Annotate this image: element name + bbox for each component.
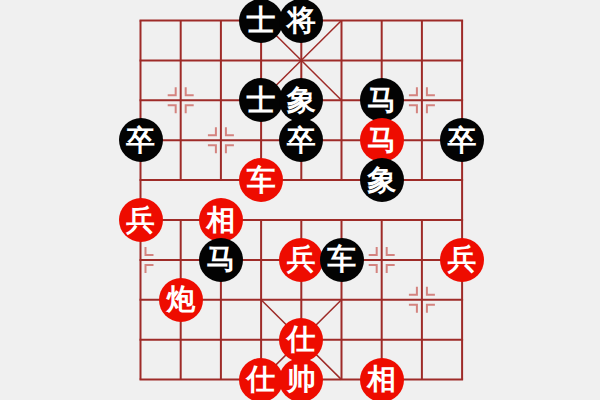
piece-red-chariot[interactable]: 车 bbox=[239, 158, 283, 202]
piece-black-soldier[interactable]: 卒 bbox=[119, 118, 163, 162]
piece-red-horse[interactable]: 马 bbox=[360, 118, 404, 162]
piece-red-soldier[interactable]: 兵 bbox=[440, 238, 484, 282]
piece-black-chariot[interactable]: 车 bbox=[320, 238, 364, 282]
piece-black-general[interactable]: 将 bbox=[279, 0, 323, 43]
piece-black-horse[interactable]: 马 bbox=[360, 78, 404, 122]
piece-black-horse[interactable]: 马 bbox=[199, 238, 243, 282]
piece-red-elephant[interactable]: 相 bbox=[360, 358, 404, 400]
piece-red-elephant[interactable]: 相 bbox=[199, 198, 243, 242]
piece-black-advisor[interactable]: 士 bbox=[239, 0, 283, 43]
piece-black-soldier[interactable]: 卒 bbox=[440, 118, 484, 162]
piece-red-cannon[interactable]: 炮 bbox=[159, 278, 203, 322]
xiangqi-app: 士将士象马卒卒马卒车象兵相马兵车兵炮仕仕帅相 bbox=[0, 0, 600, 400]
piece-red-soldier[interactable]: 兵 bbox=[119, 198, 163, 242]
piece-red-advisor[interactable]: 仕 bbox=[239, 358, 283, 400]
piece-red-advisor[interactable]: 仕 bbox=[279, 318, 323, 362]
piece-black-elephant[interactable]: 象 bbox=[360, 158, 404, 202]
piece-red-general[interactable]: 帅 bbox=[279, 358, 323, 400]
piece-red-soldier[interactable]: 兵 bbox=[279, 238, 323, 282]
xiangqi-board[interactable]: 士将士象马卒卒马卒车象兵相马兵车兵炮仕仕帅相 bbox=[0, 0, 600, 400]
